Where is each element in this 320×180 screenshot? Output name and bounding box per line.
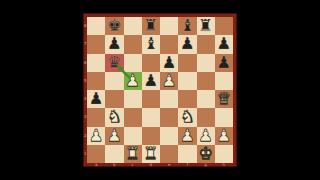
rank-label-3: 3	[84, 115, 87, 119]
black-pawn-h6: ♟	[215, 54, 233, 72]
square-e2[interactable]	[160, 127, 178, 145]
square-b8[interactable]: ♚	[105, 17, 123, 35]
white-rook-d1: ♜	[142, 145, 160, 163]
square-g8[interactable]: ♜	[197, 17, 215, 35]
square-e5[interactable]: ♟	[160, 72, 178, 90]
square-f2[interactable]: ♟	[178, 127, 196, 145]
square-f8[interactable]: ♝	[178, 17, 196, 35]
rank-label-5: 5	[84, 79, 87, 83]
black-bishop-d7: ♝	[142, 35, 160, 53]
rank-label-4: 4	[84, 97, 87, 101]
square-e1[interactable]	[160, 145, 178, 163]
black-pawn-e6: ♟	[160, 54, 178, 72]
square-d3[interactable]	[142, 108, 160, 126]
square-c8[interactable]	[124, 17, 142, 35]
square-a4[interactable]: ♟	[87, 90, 105, 108]
file-label-f: f	[178, 163, 196, 167]
file-label-b: b	[105, 163, 123, 167]
square-b6[interactable]: ♛	[105, 54, 123, 72]
square-a1[interactable]	[87, 145, 105, 163]
square-g5[interactable]	[197, 72, 215, 90]
square-h1[interactable]	[215, 145, 233, 163]
rank-label-2: 2	[84, 134, 87, 138]
square-d5[interactable]: ♟	[142, 72, 160, 90]
square-h6[interactable]: ♟	[215, 54, 233, 72]
square-c2[interactable]	[124, 127, 142, 145]
square-h4[interactable]: ♛	[215, 90, 233, 108]
square-e7[interactable]	[160, 35, 178, 53]
square-d4[interactable]	[142, 90, 160, 108]
black-rook-g8: ♜	[197, 17, 215, 35]
square-e8[interactable]	[160, 17, 178, 35]
black-pawn-d5: ♟	[142, 72, 160, 90]
board-squares: ♚♜♝♜♟♝♟♟♛♟♟♟♟♟♟♛♞♞♟♟♟♟♟♜♜♚	[87, 17, 233, 163]
square-g7[interactable]	[197, 35, 215, 53]
file-label-c: c	[124, 163, 142, 167]
square-c5[interactable]: ♟	[124, 72, 142, 90]
square-c1[interactable]: ♜	[124, 145, 142, 163]
square-h7[interactable]: ♟	[215, 35, 233, 53]
white-pawn-c5: ♟	[124, 72, 142, 90]
square-c7[interactable]	[124, 35, 142, 53]
black-queen-b6: ♛	[105, 54, 123, 72]
square-g3[interactable]	[197, 108, 215, 126]
square-g1[interactable]: ♚	[197, 145, 215, 163]
white-pawn-f2: ♟	[178, 127, 196, 145]
square-e6[interactable]: ♟	[160, 54, 178, 72]
square-a7[interactable]	[87, 35, 105, 53]
square-d7[interactable]: ♝	[142, 35, 160, 53]
page-background: { "game": "chess", "position": { "fen": …	[0, 0, 320, 180]
file-label-d: d	[142, 163, 160, 167]
black-pawn-b7: ♟	[105, 35, 123, 53]
square-d1[interactable]: ♜	[142, 145, 160, 163]
square-f1[interactable]	[178, 145, 196, 163]
square-f5[interactable]	[178, 72, 196, 90]
black-pawn-h7: ♟	[215, 35, 233, 53]
white-king-g1: ♚	[197, 145, 215, 163]
square-g2[interactable]: ♟	[197, 127, 215, 145]
square-a2[interactable]: ♟	[87, 127, 105, 145]
white-pawn-g2: ♟	[197, 127, 215, 145]
square-f7[interactable]: ♟	[178, 35, 196, 53]
square-a3[interactable]	[87, 108, 105, 126]
square-f4[interactable]	[178, 90, 196, 108]
square-d6[interactable]	[142, 54, 160, 72]
rank-label-7: 7	[84, 42, 87, 46]
square-a6[interactable]	[87, 54, 105, 72]
black-pawn-a4: ♟	[87, 90, 105, 108]
square-c3[interactable]	[124, 108, 142, 126]
square-g4[interactable]	[197, 90, 215, 108]
square-f3[interactable]: ♞	[178, 108, 196, 126]
square-f6[interactable]	[178, 54, 196, 72]
square-d2[interactable]	[142, 127, 160, 145]
square-g6[interactable]	[197, 54, 215, 72]
white-knight-f3: ♞	[178, 108, 196, 126]
file-label-h: h	[215, 163, 233, 167]
black-king-b8: ♚	[105, 17, 123, 35]
square-e4[interactable]	[160, 90, 178, 108]
white-rook-c1: ♜	[124, 145, 142, 163]
square-b3[interactable]: ♞	[105, 108, 123, 126]
white-pawn-a2: ♟	[87, 127, 105, 145]
white-pawn-h2: ♟	[215, 127, 233, 145]
square-h8[interactable]	[215, 17, 233, 35]
chessboard: ♚♜♝♜♟♝♟♟♛♟♟♟♟♟♟♛♞♞♟♟♟♟♟♜♜♚ 87654321 abcd…	[84, 14, 236, 166]
white-pawn-e5: ♟	[160, 72, 178, 90]
square-b1[interactable]	[105, 145, 123, 163]
square-e3[interactable]	[160, 108, 178, 126]
black-bishop-f8: ♝	[178, 17, 196, 35]
square-c4[interactable]	[124, 90, 142, 108]
square-b5[interactable]	[105, 72, 123, 90]
file-label-a: a	[87, 163, 105, 167]
square-b4[interactable]	[105, 90, 123, 108]
square-h5[interactable]	[215, 72, 233, 90]
file-label-e: e	[160, 163, 178, 167]
white-knight-b3: ♞	[105, 108, 123, 126]
black-rook-d8: ♜	[142, 17, 160, 35]
square-h2[interactable]: ♟	[215, 127, 233, 145]
white-pawn-b2: ♟	[105, 127, 123, 145]
rank-label-1: 1	[84, 152, 87, 156]
square-d8[interactable]: ♜	[142, 17, 160, 35]
white-queen-h4: ♛	[215, 90, 233, 108]
square-a5[interactable]	[87, 72, 105, 90]
square-a8[interactable]	[87, 17, 105, 35]
square-h3[interactable]	[215, 108, 233, 126]
square-b7[interactable]: ♟	[105, 35, 123, 53]
black-pawn-f7: ♟	[178, 35, 196, 53]
square-c6[interactable]	[124, 54, 142, 72]
file-label-g: g	[197, 163, 215, 167]
rank-label-8: 8	[84, 24, 87, 28]
rank-label-6: 6	[84, 61, 87, 65]
square-b2[interactable]: ♟	[105, 127, 123, 145]
